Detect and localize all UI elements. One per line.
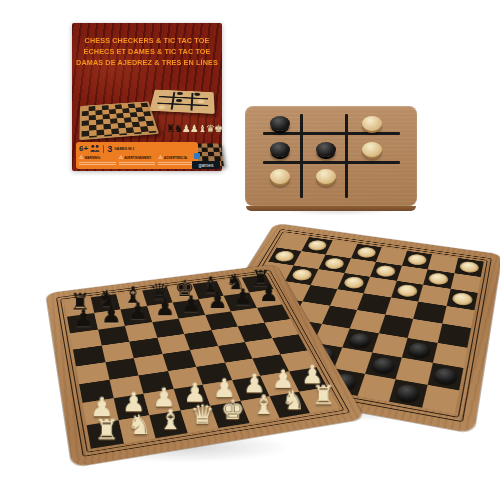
mini-disc: [176, 99, 182, 103]
box-title-block: CHESS CHECKERS & TIC TAC TOE ÉCHECS ET D…: [72, 23, 222, 68]
cream-checker: [396, 284, 419, 298]
ttt-cell: [257, 137, 303, 164]
checkers-square: [422, 384, 460, 413]
cream-checker: [451, 292, 473, 307]
black-checker: [407, 341, 432, 359]
box-title-english: CHESS CHECKERS & TIC TAC TOE: [74, 35, 220, 46]
chess-square: ♞: [118, 415, 155, 443]
warning-english: ⚠WARNING:: [79, 155, 116, 165]
fine-print-line: [158, 162, 195, 163]
warning-french: ⚠AVERTISSEMENT:: [119, 155, 156, 165]
box-title-spanish: DAMAS DE AJEDREZ & TRES EN LÍNES: [74, 57, 220, 68]
black-pawn: ♟: [124, 297, 151, 326]
brand-logo: games: [192, 153, 220, 169]
chess-square: [129, 338, 162, 358]
chess-square: [125, 322, 157, 341]
chess-square: [76, 362, 109, 384]
mini-disc: [194, 93, 200, 96]
warning-spanish: ⚠ADVERTENCIA:: [158, 155, 195, 165]
mini-disc: [177, 92, 183, 95]
games-count-label: GAMES IN 1: [114, 147, 136, 151]
players-icon: [90, 144, 100, 153]
chess-board: ♜♞♝♛♚♝♞♜♟♟♟♟♟♟♟♟♟♟♟♟♟♟♟♟♜♞♝♛♚♝♞♜: [46, 264, 365, 467]
divider: [103, 145, 104, 153]
info-bar: 6+ 3 GAMES IN 1 ⚠WARNING:: [76, 142, 198, 169]
cream-checker: [362, 142, 382, 157]
info-bar-top-row: 6+ 3 GAMES IN 1: [79, 143, 195, 154]
warning-triangle-icon: ⚠: [158, 155, 162, 160]
box-photo-checkers-board: [79, 101, 159, 140]
box-photo-tictactoe-board: [149, 90, 214, 114]
mini-chess-pieces: ♜♞♟♟♝♛♚: [166, 123, 222, 135]
ttt-cell: [303, 137, 349, 164]
ttt-cell: [303, 110, 349, 137]
age-rating: 6+: [79, 144, 88, 153]
white-king: ♚: [217, 393, 249, 426]
cream-checker: [459, 261, 480, 274]
chess-scene: ♜♞♝♛♚♝♞♜♟♟♟♟♟♟♟♟♟♟♟♟♟♟♟♟♜♞♝♛♚♝♞♜: [20, 196, 365, 484]
chess-square: [101, 342, 133, 363]
mini-grid-line: [171, 92, 176, 109]
cream-checker: [428, 272, 450, 286]
cream-checker: [375, 264, 397, 277]
black-pawn: ♟: [230, 283, 257, 311]
white-bishop: ♝: [155, 403, 187, 437]
black-pawn: ♟: [178, 290, 205, 318]
mini-grid-line: [190, 93, 193, 110]
black-pawn: ♟: [151, 293, 178, 322]
black-pawn: ♟: [255, 280, 281, 308]
white-queen: ♛: [186, 398, 218, 432]
white-rook: ♜: [307, 379, 338, 412]
chess-square: [205, 312, 238, 331]
chess-square: ♜: [87, 420, 124, 449]
brand-logo-text: games: [192, 161, 220, 169]
chess-board-grid: ♜♞♝♛♚♝♞♜♟♟♟♟♟♟♟♟♟♟♟♟♟♟♟♟♜♞♝♛♚♝♞♜: [64, 275, 339, 449]
black-checker: [433, 367, 458, 386]
white-rook: ♜: [90, 413, 123, 447]
warnings-row: ⚠WARNING: ⚠AVERTISSEMENT: ⚠ADVERTENCIA:: [79, 155, 195, 165]
black-checker: [370, 356, 396, 375]
black-checker: [270, 142, 290, 157]
black-checker: [270, 116, 290, 131]
product-photo-stage: CHESS CHECKERS & TIC TAC TOE ÉCHECS ET D…: [0, 0, 500, 485]
cream-checker: [362, 116, 382, 131]
black-pawn: ♟: [97, 300, 124, 329]
white-knight: ♞: [123, 408, 155, 442]
cream-checker: [406, 253, 427, 266]
black-checker: [316, 142, 336, 157]
fine-print-line: [158, 164, 195, 165]
mini-disc: [198, 100, 204, 104]
mini-disc: [158, 105, 165, 109]
games-count: 3: [107, 144, 112, 154]
warning-triangle-icon: ⚠: [119, 155, 123, 160]
white-bishop: ♝: [248, 389, 280, 422]
fine-print-line: [79, 164, 116, 165]
fine-print-line: [119, 162, 156, 163]
ttt-cell: [257, 110, 303, 137]
chess-square: [211, 326, 245, 346]
brand-logo-icon: [194, 153, 200, 159]
ttt-cell: [349, 137, 395, 164]
black-checker: [395, 383, 422, 403]
product-box: CHESS CHECKERS & TIC TAC TOE ÉCHECS ET D…: [72, 23, 222, 171]
black-pawn: ♟: [204, 287, 231, 315]
box-title-french: ÉCHECS ET DAMES & TIC TAC TOE: [74, 46, 220, 57]
white-knight: ♞: [278, 384, 309, 417]
fine-print-line: [119, 164, 156, 165]
mini-white-pieces: ♟♟♝♛♚: [182, 123, 222, 134]
chess-square: [73, 346, 105, 367]
fine-print-line: [79, 162, 116, 163]
ttt-cell: [349, 110, 395, 137]
warning-triangle-icon: ⚠: [79, 155, 83, 160]
mini-black-pieces: ♜♞: [166, 123, 182, 134]
black-pawn: ♟: [70, 304, 98, 333]
